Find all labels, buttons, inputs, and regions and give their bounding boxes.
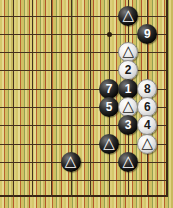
triangle-mark: △ <box>122 5 134 25</box>
white-stone-S4[interactable]: △ <box>137 134 157 154</box>
grid-vline-file-T <box>166 0 168 197</box>
move-number-label: 2 <box>125 60 132 80</box>
move-number-label: 3 <box>125 115 132 135</box>
triangle-mark: △ <box>65 151 77 171</box>
grid-vline-file-P <box>90 0 91 197</box>
white-stone-R9[interactable]: △ <box>118 42 138 62</box>
go-board-diagram: △9△27185△634△△△△ <box>0 0 173 208</box>
move-number-label: 5 <box>106 97 113 117</box>
black-stone-Q7[interactable]: 7 <box>99 79 119 99</box>
triangle-mark: △ <box>103 133 115 153</box>
black-stone-Q4[interactable]: △ <box>99 134 119 154</box>
black-stone-R3[interactable]: △ <box>118 152 138 172</box>
grid-hline-rank-9 <box>0 52 168 53</box>
black-stone-R5[interactable]: 3 <box>118 115 138 135</box>
black-stone-R11[interactable]: △ <box>118 6 138 26</box>
grid-hline-rank-11 <box>0 16 168 17</box>
grid-hline-rank-1 <box>0 195 168 197</box>
grid-hline-rank-8 <box>0 70 168 71</box>
star-point-Q10 <box>107 32 112 37</box>
grid-vline-file-L <box>13 0 14 197</box>
move-number-label: 8 <box>144 79 151 99</box>
move-number-label: 9 <box>144 24 151 44</box>
triangle-mark: △ <box>122 96 134 116</box>
black-stone-O3[interactable]: △ <box>61 152 81 172</box>
move-number-label: 7 <box>106 79 113 99</box>
white-stone-S6[interactable]: 6 <box>137 97 157 117</box>
triangle-mark: △ <box>122 151 134 171</box>
move-number-label: 6 <box>144 97 151 117</box>
black-stone-S10[interactable]: 9 <box>137 24 157 44</box>
grid-hline-rank-2 <box>0 180 168 181</box>
white-stone-R6[interactable]: △ <box>118 97 138 117</box>
grid-vline-file-M <box>32 0 33 197</box>
grid-vline-file-N <box>51 0 52 197</box>
triangle-mark: △ <box>142 133 154 153</box>
triangle-mark: △ <box>122 41 134 61</box>
black-stone-Q6[interactable]: 5 <box>99 97 119 117</box>
white-stone-S7[interactable]: 8 <box>137 79 157 99</box>
white-stone-R8[interactable]: 2 <box>118 60 138 80</box>
grid-hline-rank-3 <box>0 162 168 163</box>
